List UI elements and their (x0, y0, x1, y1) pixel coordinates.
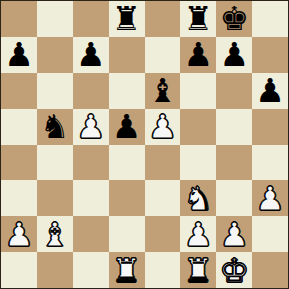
square-g8[interactable]: ♚ (216, 1, 252, 37)
piece-white-pawn-a2[interactable]: ♟ (4, 218, 34, 251)
square-f8[interactable]: ♜ (180, 1, 216, 37)
square-c8[interactable] (73, 1, 109, 37)
square-g7[interactable]: ♟ (216, 37, 252, 73)
square-e5[interactable]: ♟ (145, 109, 181, 145)
piece-white-knight-f3[interactable]: ♞ (184, 182, 214, 215)
square-a8[interactable] (1, 1, 37, 37)
square-c6[interactable] (73, 73, 109, 109)
square-a1[interactable] (1, 252, 37, 288)
square-b2[interactable]: ♝ (37, 216, 73, 252)
square-c2[interactable] (73, 216, 109, 252)
square-d4[interactable] (109, 145, 145, 181)
square-g2[interactable]: ♟ (216, 216, 252, 252)
square-a3[interactable] (1, 180, 37, 216)
piece-black-pawn-f7[interactable]: ♟ (184, 38, 214, 71)
square-f2[interactable]: ♟ (180, 216, 216, 252)
chess-board-wrapper: ♜♜♚♟♟♟♟♝♟♞♟♟♟♞♟♟♝♟♟♜♜♚ (0, 0, 289, 289)
chess-board: ♜♜♚♟♟♟♟♝♟♞♟♟♟♞♟♟♝♟♟♜♜♚ (0, 0, 289, 289)
square-f7[interactable]: ♟ (180, 37, 216, 73)
piece-white-pawn-f2[interactable]: ♟ (184, 218, 214, 251)
square-b8[interactable] (37, 1, 73, 37)
square-h4[interactable] (252, 145, 288, 181)
piece-white-pawn-c5[interactable]: ♟ (76, 110, 106, 143)
piece-black-bishop-e6[interactable]: ♝ (148, 74, 178, 107)
square-a4[interactable] (1, 145, 37, 181)
piece-black-pawn-h6[interactable]: ♟ (255, 74, 285, 107)
square-g3[interactable] (216, 180, 252, 216)
square-e6[interactable]: ♝ (145, 73, 181, 109)
square-f4[interactable] (180, 145, 216, 181)
square-e2[interactable] (145, 216, 181, 252)
square-g4[interactable] (216, 145, 252, 181)
square-f5[interactable] (180, 109, 216, 145)
piece-black-rook-d8[interactable]: ♜ (112, 2, 142, 35)
square-g1[interactable]: ♚ (216, 252, 252, 288)
piece-white-pawn-h3[interactable]: ♟ (255, 182, 285, 215)
piece-black-pawn-g7[interactable]: ♟ (219, 38, 249, 71)
square-h8[interactable] (252, 1, 288, 37)
square-d2[interactable] (109, 216, 145, 252)
piece-black-pawn-c7[interactable]: ♟ (76, 38, 106, 71)
square-h2[interactable] (252, 216, 288, 252)
square-c3[interactable] (73, 180, 109, 216)
piece-black-pawn-d5[interactable]: ♟ (112, 110, 142, 143)
piece-white-rook-d1[interactable]: ♜ (112, 254, 142, 287)
square-b5[interactable]: ♞ (37, 109, 73, 145)
square-d8[interactable]: ♜ (109, 1, 145, 37)
square-c5[interactable]: ♟ (73, 109, 109, 145)
square-e1[interactable] (145, 252, 181, 288)
square-h5[interactable] (252, 109, 288, 145)
square-a2[interactable]: ♟ (1, 216, 37, 252)
square-d3[interactable] (109, 180, 145, 216)
square-b1[interactable] (37, 252, 73, 288)
square-h6[interactable]: ♟ (252, 73, 288, 109)
square-d1[interactable]: ♜ (109, 252, 145, 288)
square-f6[interactable] (180, 73, 216, 109)
square-h1[interactable] (252, 252, 288, 288)
square-d5[interactable]: ♟ (109, 109, 145, 145)
piece-white-pawn-g2[interactable]: ♟ (219, 218, 249, 251)
piece-black-pawn-a7[interactable]: ♟ (4, 38, 34, 71)
piece-black-knight-b5[interactable]: ♞ (40, 110, 70, 143)
square-c1[interactable] (73, 252, 109, 288)
square-b3[interactable] (37, 180, 73, 216)
square-g5[interactable] (216, 109, 252, 145)
square-d6[interactable] (109, 73, 145, 109)
square-h3[interactable]: ♟ (252, 180, 288, 216)
square-c4[interactable] (73, 145, 109, 181)
square-b7[interactable] (37, 37, 73, 73)
square-g6[interactable] (216, 73, 252, 109)
piece-black-rook-f8[interactable]: ♜ (184, 2, 214, 35)
piece-white-king-g1[interactable]: ♚ (219, 254, 249, 287)
piece-white-rook-f1[interactable]: ♜ (184, 254, 214, 287)
piece-white-pawn-e5[interactable]: ♟ (148, 110, 178, 143)
square-b6[interactable] (37, 73, 73, 109)
square-e3[interactable] (145, 180, 181, 216)
piece-black-king-g8[interactable]: ♚ (219, 2, 249, 35)
square-e7[interactable] (145, 37, 181, 73)
square-a6[interactable] (1, 73, 37, 109)
square-h7[interactable] (252, 37, 288, 73)
square-a7[interactable]: ♟ (1, 37, 37, 73)
piece-white-bishop-b2[interactable]: ♝ (40, 218, 70, 251)
square-b4[interactable] (37, 145, 73, 181)
square-e8[interactable] (145, 1, 181, 37)
square-d7[interactable] (109, 37, 145, 73)
square-f3[interactable]: ♞ (180, 180, 216, 216)
square-c7[interactable]: ♟ (73, 37, 109, 73)
square-e4[interactable] (145, 145, 181, 181)
square-a5[interactable] (1, 109, 37, 145)
square-f1[interactable]: ♜ (180, 252, 216, 288)
